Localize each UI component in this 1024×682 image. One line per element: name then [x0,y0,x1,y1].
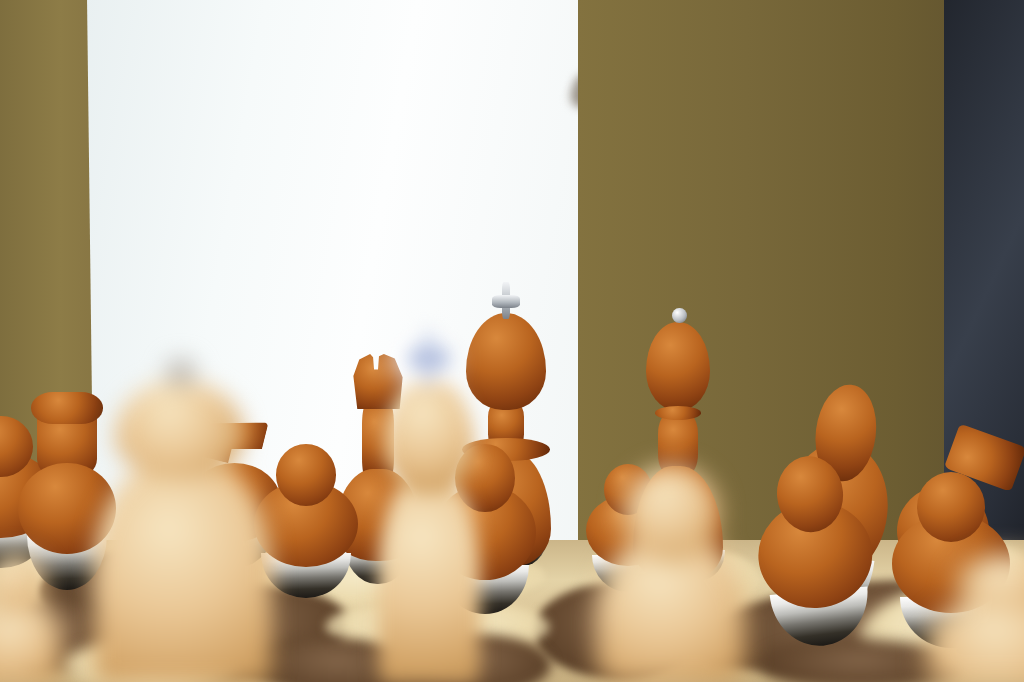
queen-ball-finial-icon [672,308,686,323]
queen-q-neck [658,414,698,474]
pawn-blur-head [623,466,719,562]
rook-r-top [31,392,103,424]
piece-light-king [378,332,480,682]
piece-light-queen [94,358,272,682]
queen-q-head [646,322,710,412]
king-blur-kb-body [378,473,480,682]
queen-blur-qb-body [94,462,272,682]
pieces-layer [0,0,1024,682]
piece-dark-pawn [750,451,880,650]
pawn-head [917,472,985,542]
piece-light-pawn [926,554,1024,682]
queen-blur-qb-head [115,381,243,479]
pawn-head [276,444,336,506]
queen-q-collar [655,406,701,420]
king-cross-finial-icon [492,295,520,308]
king-blur-kb-head [384,378,474,494]
king-cross-finial-icon [409,346,450,371]
chess-photo-scene [0,0,1024,682]
piece-light-pawn [0,554,62,682]
piece-light-pawn [596,466,746,682]
